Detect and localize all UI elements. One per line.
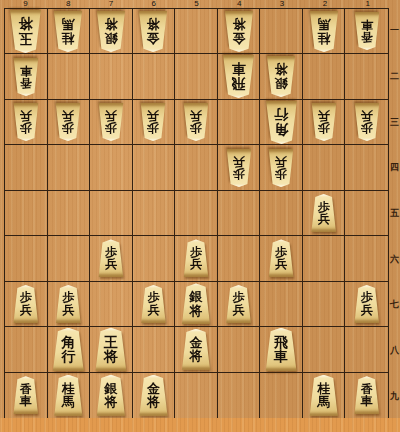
cell-8g[interactable]: 歩兵 [48, 282, 91, 327]
cell-9f[interactable] [5, 236, 48, 281]
file-label-3: 3 [261, 0, 304, 8]
cell-2c[interactable]: 歩兵 [303, 100, 346, 145]
cell-5e[interactable] [175, 191, 218, 236]
cell-9b[interactable]: 香車 [5, 54, 48, 99]
cell-7g[interactable] [90, 282, 133, 327]
piece-gote-kyosha[interactable]: 香車 [12, 58, 40, 96]
cell-2e[interactable]: 歩兵 [303, 191, 346, 236]
piece-sente-fuhyo[interactable]: 歩兵 [353, 285, 381, 323]
cell-6a[interactable]: 金将 [133, 9, 176, 54]
piece-kanji: 歩兵 [97, 103, 125, 141]
piece-kanji: 歩兵 [139, 103, 167, 141]
piece-kanji: 歩兵 [12, 285, 40, 323]
cell-8h[interactable]: 角行 [48, 327, 91, 372]
cell-8b[interactable] [48, 54, 91, 99]
file-coordinate-labels: 987654321 [4, 0, 389, 8]
shogi-board: 玉将桂馬銀将金将金将桂馬香車香車飛車銀将歩兵歩兵歩兵歩兵歩兵角行歩兵歩兵歩兵歩兵… [4, 8, 389, 419]
piece-kanji: 歩兵 [225, 149, 253, 187]
piece-sente-fuhyo[interactable]: 歩兵 [225, 285, 253, 323]
piece-gote-kinsho[interactable]: 金将 [137, 11, 169, 52]
file-label-7: 7 [90, 0, 133, 8]
cell-2i[interactable]: 桂馬 [303, 373, 346, 418]
cell-9g[interactable]: 歩兵 [5, 282, 48, 327]
cell-6e[interactable] [133, 191, 176, 236]
piece-gote-keima[interactable]: 桂馬 [308, 11, 340, 52]
piece-kanji: 角行 [264, 101, 299, 144]
cell-4a[interactable]: 金将 [218, 9, 261, 54]
cell-5i[interactable] [175, 373, 218, 418]
piece-gote-hisha[interactable]: 飛車 [221, 55, 256, 98]
file-label-9: 9 [4, 0, 47, 8]
cell-2d[interactable] [303, 145, 346, 190]
piece-kanji: 銀将 [180, 283, 212, 324]
cell-3f[interactable]: 歩兵 [260, 236, 303, 281]
piece-kanji: 銀将 [95, 11, 127, 52]
rank-label-f: 六 [389, 236, 400, 282]
piece-kanji: 玉将 [8, 10, 43, 53]
piece-sente-keima[interactable]: 桂馬 [52, 375, 84, 416]
piece-gote-fuhyo[interactable]: 歩兵 [225, 149, 253, 187]
piece-sente-keima[interactable]: 桂馬 [308, 375, 340, 416]
piece-sente-kinsho[interactable]: 金将 [180, 329, 212, 370]
rank-label-b: 二 [389, 54, 400, 100]
cell-1e[interactable] [345, 191, 388, 236]
cell-3h[interactable]: 飛車 [260, 327, 303, 372]
cell-8f[interactable] [48, 236, 91, 281]
cell-4e[interactable] [218, 191, 261, 236]
cell-6f[interactable] [133, 236, 176, 281]
rank-label-c: 三 [389, 99, 400, 145]
piece-sente-fuhyo[interactable]: 歩兵 [97, 239, 125, 277]
piece-kanji: 歩兵 [139, 285, 167, 323]
piece-sente-ginsho[interactable]: 銀将 [95, 375, 127, 416]
cell-3g[interactable] [260, 282, 303, 327]
cell-6h[interactable] [133, 327, 176, 372]
cell-5h[interactable]: 金将 [175, 327, 218, 372]
piece-gote-fuhyo[interactable]: 歩兵 [310, 103, 338, 141]
cell-7h[interactable]: 王将 [90, 327, 133, 372]
piece-kanji: 金将 [180, 329, 212, 370]
cell-7a[interactable]: 銀将 [90, 9, 133, 54]
rank-label-d: 四 [389, 145, 400, 191]
piece-sente-hisha[interactable]: 飛車 [264, 328, 299, 371]
cell-1f[interactable] [345, 236, 388, 281]
piece-sente-fuhyo[interactable]: 歩兵 [267, 239, 295, 277]
cell-5a[interactable] [175, 9, 218, 54]
cell-1g[interactable]: 歩兵 [345, 282, 388, 327]
cell-8e[interactable] [48, 191, 91, 236]
piece-kanji: 歩兵 [97, 239, 125, 277]
rank-label-e: 五 [389, 191, 400, 237]
cell-5c[interactable]: 歩兵 [175, 100, 218, 145]
rank-label-h: 八 [389, 328, 400, 374]
cell-1d[interactable] [345, 145, 388, 190]
piece-sente-fuhyo[interactable]: 歩兵 [310, 194, 338, 232]
cell-5g[interactable]: 銀将 [175, 282, 218, 327]
piece-gote-kakugyo[interactable]: 角行 [264, 101, 299, 144]
piece-sente-fuhyo[interactable]: 歩兵 [182, 239, 210, 277]
rank-label-a: 一 [389, 8, 400, 54]
cell-7c[interactable]: 歩兵 [90, 100, 133, 145]
piece-kanji: 香車 [12, 376, 40, 414]
piece-sente-fuhyo[interactable]: 歩兵 [54, 285, 82, 323]
cell-6g[interactable]: 歩兵 [133, 282, 176, 327]
piece-kanji: 飛車 [221, 55, 256, 98]
cell-9c[interactable]: 歩兵 [5, 100, 48, 145]
piece-kanji: 歩兵 [54, 285, 82, 323]
file-label-2: 2 [303, 0, 346, 8]
cell-4g[interactable]: 歩兵 [218, 282, 261, 327]
cell-4d[interactable]: 歩兵 [218, 145, 261, 190]
piece-kanji: 香車 [353, 376, 381, 414]
piece-gote-ginsho[interactable]: 銀将 [265, 56, 297, 97]
piece-gote-kyosha[interactable]: 香車 [353, 12, 381, 50]
piece-kanji: 歩兵 [267, 149, 295, 187]
cell-2b[interactable] [303, 54, 346, 99]
cell-2h[interactable] [303, 327, 346, 372]
piece-kanji: 角行 [51, 328, 86, 371]
piece-gote-fuhyo[interactable]: 歩兵 [12, 103, 40, 141]
cell-8c[interactable]: 歩兵 [48, 100, 91, 145]
cell-7i[interactable]: 銀将 [90, 373, 133, 418]
cell-5f[interactable]: 歩兵 [175, 236, 218, 281]
rank-coordinate-labels: 一二三四五六七八九 [389, 8, 400, 419]
cell-4i[interactable] [218, 373, 261, 418]
cell-1h[interactable] [345, 327, 388, 372]
piece-sente-ginsho[interactable]: 銀将 [180, 283, 212, 324]
piece-kanji: 歩兵 [310, 194, 338, 232]
piece-sente-osho[interactable]: 王将 [93, 328, 128, 371]
cell-9a[interactable]: 玉将 [5, 9, 48, 54]
piece-kanji: 桂馬 [52, 375, 84, 416]
file-label-6: 6 [132, 0, 175, 8]
cell-8i[interactable]: 桂馬 [48, 373, 91, 418]
cell-9e[interactable] [5, 191, 48, 236]
cell-6d[interactable] [133, 145, 176, 190]
piece-gote-fuhyo[interactable]: 歩兵 [54, 103, 82, 141]
cell-1c[interactable]: 歩兵 [345, 100, 388, 145]
piece-kanji: 歩兵 [267, 239, 295, 277]
piece-kanji: 金将 [137, 11, 169, 52]
piece-kanji: 桂馬 [308, 11, 340, 52]
cell-4c[interactable] [218, 100, 261, 145]
piece-sente-kyosha[interactable]: 香車 [353, 376, 381, 414]
piece-sente-kyosha[interactable]: 香車 [12, 376, 40, 414]
piece-gote-fuhyo[interactable]: 歩兵 [97, 103, 125, 141]
piece-kanji: 香車 [12, 58, 40, 96]
piece-kanji: 飛車 [264, 328, 299, 371]
piece-gote-kinsho[interactable]: 金将 [223, 11, 255, 52]
file-label-1: 1 [346, 0, 389, 8]
shogi-board-screenshot: 987654321 一二三四五六七八九 玉将桂馬銀将金将金将桂馬香車香車飛車銀将… [0, 0, 400, 432]
cell-2g[interactable] [303, 282, 346, 327]
piece-kanji: 歩兵 [353, 103, 381, 141]
piece-gote-fuhyo[interactable]: 歩兵 [139, 103, 167, 141]
cell-3c[interactable]: 角行 [260, 100, 303, 145]
cell-3i[interactable] [260, 373, 303, 418]
cell-6c[interactable]: 歩兵 [133, 100, 176, 145]
rank-label-i: 九 [389, 373, 400, 419]
piece-kanji: 金将 [137, 375, 169, 416]
piece-sente-fuhyo[interactable]: 歩兵 [12, 285, 40, 323]
piece-kanji: 香車 [353, 12, 381, 50]
piece-sente-fuhyo[interactable]: 歩兵 [139, 285, 167, 323]
cell-6i[interactable]: 金将 [133, 373, 176, 418]
piece-kanji: 歩兵 [182, 239, 210, 277]
cell-5d[interactable] [175, 145, 218, 190]
piece-sente-kinsho[interactable]: 金将 [137, 375, 169, 416]
cell-2a[interactable]: 桂馬 [303, 9, 346, 54]
piece-kanji: 桂馬 [308, 375, 340, 416]
piece-kanji: 歩兵 [12, 103, 40, 141]
piece-kanji: 王将 [93, 328, 128, 371]
cell-8a[interactable]: 桂馬 [48, 9, 91, 54]
file-label-8: 8 [47, 0, 90, 8]
piece-kanji: 桂馬 [52, 11, 84, 52]
cell-2f[interactable] [303, 236, 346, 281]
piece-kanji: 歩兵 [310, 103, 338, 141]
piece-kanji: 歩兵 [182, 103, 210, 141]
piece-gote-ginsho[interactable]: 銀将 [95, 11, 127, 52]
cell-9h[interactable] [5, 327, 48, 372]
piece-sente-kakugyo[interactable]: 角行 [51, 328, 86, 371]
piece-kanji: 歩兵 [54, 103, 82, 141]
cell-6b[interactable] [133, 54, 176, 99]
cell-7f[interactable]: 歩兵 [90, 236, 133, 281]
cell-1b[interactable] [345, 54, 388, 99]
piece-kanji: 歩兵 [353, 285, 381, 323]
board-bottom-margin [0, 418, 400, 432]
cell-4b[interactable]: 飛車 [218, 54, 261, 99]
file-label-4: 4 [218, 0, 261, 8]
piece-gote-fuhyo[interactable]: 歩兵 [182, 103, 210, 141]
piece-gote-gyokusho[interactable]: 玉将 [8, 10, 43, 53]
cell-4h[interactable] [218, 327, 261, 372]
cell-7d[interactable] [90, 145, 133, 190]
piece-gote-fuhyo[interactable]: 歩兵 [267, 149, 295, 187]
cell-7b[interactable] [90, 54, 133, 99]
cell-5b[interactable] [175, 54, 218, 99]
piece-kanji: 歩兵 [225, 285, 253, 323]
piece-kanji: 銀将 [95, 375, 127, 416]
cell-1i[interactable]: 香車 [345, 373, 388, 418]
cell-8d[interactable] [48, 145, 91, 190]
piece-kanji: 銀将 [265, 56, 297, 97]
file-label-5: 5 [175, 0, 218, 8]
cell-3a[interactable] [260, 9, 303, 54]
piece-gote-keima[interactable]: 桂馬 [52, 11, 84, 52]
cell-4f[interactable] [218, 236, 261, 281]
cell-3b[interactable]: 銀将 [260, 54, 303, 99]
cell-9d[interactable] [5, 145, 48, 190]
piece-kanji: 金将 [223, 11, 255, 52]
cell-3e[interactable] [260, 191, 303, 236]
cell-3d[interactable]: 歩兵 [260, 145, 303, 190]
cell-1a[interactable]: 香車 [345, 9, 388, 54]
cell-9i[interactable]: 香車 [5, 373, 48, 418]
cell-7e[interactable] [90, 191, 133, 236]
rank-label-g: 七 [389, 282, 400, 328]
piece-gote-fuhyo[interactable]: 歩兵 [353, 103, 381, 141]
